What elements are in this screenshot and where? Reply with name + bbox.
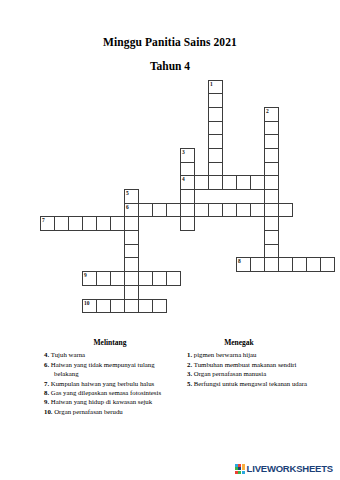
across-clues-section: Melintang 4. Tujuh warna6. Haiwan yang t… (44, 338, 176, 416)
clue-number-7: 7 (42, 217, 45, 223)
crossword-grid: 12345678910 (40, 80, 334, 313)
cell-r9c6[interactable]: 6 (124, 203, 139, 218)
cell-r9c16[interactable] (264, 203, 279, 218)
cell-r10c10[interactable] (180, 216, 195, 231)
cell-r14c3[interactable]: 9 (82, 271, 97, 286)
cell-r13c14[interactable]: 8 (236, 257, 251, 272)
cell-r13c15[interactable] (250, 257, 265, 272)
cell-r13c6[interactable] (124, 257, 139, 272)
across-clue-9: 9. Haiwan yang hidup di kawasan sejuk (44, 397, 176, 406)
cell-r5c12[interactable] (208, 148, 223, 163)
down-clue-3: 3. Organ pernafasan manusia (187, 369, 317, 378)
cell-r16c5[interactable] (110, 299, 125, 314)
across-clue-7: 7. Kumpulan haiwan yang berbulu halus (44, 379, 176, 388)
down-clue-2: 2. Tumbuhan membuat makanan sendiri (187, 360, 317, 369)
cell-r14c8[interactable] (152, 271, 167, 286)
clue-number-1: 1 (210, 81, 213, 87)
cell-r7c10[interactable]: 4 (180, 175, 195, 190)
cell-r9c17[interactable] (278, 203, 293, 218)
cell-r9c14[interactable] (236, 203, 251, 218)
cell-r9c10[interactable] (180, 203, 195, 218)
down-clues-section: Menegak 1. pigmen berwarna hijau2. Tumbu… (187, 338, 317, 388)
cell-r7c11[interactable] (194, 175, 209, 190)
cell-r16c4[interactable] (96, 299, 111, 314)
cell-r0c12[interactable]: 1 (208, 80, 223, 95)
cell-r14c4[interactable] (96, 271, 111, 286)
across-heading: Melintang (44, 338, 176, 347)
clue-number-10: 10 (84, 300, 90, 306)
cell-r9c12[interactable] (208, 203, 223, 218)
across-clue-list: 4. Tujuh warna6. Haiwan yang tidak mempu… (44, 350, 176, 416)
across-clue-6: 6. Haiwan yang tidak mempunyai tulang be… (44, 360, 176, 379)
liveworksheets-logo-icon (235, 464, 245, 474)
cell-r1c12[interactable] (208, 93, 223, 108)
cell-r3c12[interactable] (208, 121, 223, 136)
cell-r14c7[interactable] (138, 271, 153, 286)
cell-r10c4[interactable] (96, 216, 111, 231)
across-clue-10: 10. Organ pernafasan berudu (44, 407, 176, 416)
page-subtitle: Tahun 4 (0, 60, 340, 72)
cell-r4c16[interactable] (264, 134, 279, 149)
cell-r9c13[interactable] (222, 203, 237, 218)
down-clue-5: 5. Berfungsi untuk mengawal tekanan udar… (187, 379, 317, 388)
cell-r3c16[interactable] (264, 121, 279, 136)
cell-r13c18[interactable] (292, 257, 307, 272)
cell-r7c13[interactable] (222, 175, 237, 190)
cell-r13c16[interactable] (264, 257, 279, 272)
cell-r16c6[interactable] (124, 299, 139, 314)
cell-r10c2[interactable] (68, 216, 83, 231)
cell-r9c9[interactable] (166, 203, 181, 218)
cell-r2c12[interactable] (208, 107, 223, 122)
cell-r10c0[interactable]: 7 (40, 216, 55, 231)
cell-r9c8[interactable] (152, 203, 167, 218)
cell-r7c14[interactable] (236, 175, 251, 190)
cell-r12c6[interactable] (124, 244, 139, 259)
brand-text: LIVEWORKSHEETS (247, 463, 333, 474)
cell-r9c7[interactable] (138, 203, 153, 218)
cell-r6c10[interactable] (180, 162, 195, 177)
across-clue-8: 8. Gas yang dilepaskan semasa fotosintes… (44, 388, 176, 397)
cell-r9c15[interactable] (250, 203, 265, 218)
down-clue-list: 1. pigmen berwarna hijau2. Tumbuhan memb… (187, 350, 317, 388)
clue-number-5: 5 (126, 190, 129, 196)
clue-number-4: 4 (182, 176, 185, 182)
cell-r9c11[interactable] (194, 203, 209, 218)
cell-r8c10[interactable] (180, 189, 195, 204)
cell-r14c9[interactable] (166, 271, 181, 286)
clue-number-8: 8 (238, 258, 241, 264)
cell-r10c5[interactable] (110, 216, 125, 231)
clue-number-2: 2 (266, 108, 269, 114)
cell-r10c3[interactable] (82, 216, 97, 231)
cell-r8c6[interactable]: 5 (124, 189, 139, 204)
cell-r6c16[interactable] (264, 162, 279, 177)
cell-r11c6[interactable] (124, 230, 139, 245)
cell-r15c6[interactable] (124, 285, 139, 300)
cell-r16c7[interactable] (138, 299, 153, 314)
cell-r2c16[interactable]: 2 (264, 107, 279, 122)
cell-r10c1[interactable] (54, 216, 69, 231)
down-clue-1: 1. pigmen berwarna hijau (187, 350, 317, 359)
cell-r14c6[interactable] (124, 271, 139, 286)
cell-r5c10[interactable]: 3 (180, 148, 195, 163)
page-title: Minggu Panitia Sains 2021 (0, 36, 340, 48)
clue-number-6: 6 (126, 204, 129, 210)
cell-r14c5[interactable] (110, 271, 125, 286)
cell-r4c12[interactable] (208, 134, 223, 149)
cell-r13c17[interactable] (278, 257, 293, 272)
clue-number-3: 3 (182, 149, 185, 155)
clue-number-9: 9 (84, 272, 87, 278)
cell-r16c8[interactable] (152, 299, 167, 314)
down-heading: Menegak (187, 338, 291, 347)
cell-r11c16[interactable] (264, 230, 279, 245)
cell-r6c12[interactable] (208, 162, 223, 177)
cell-r12c16[interactable] (264, 244, 279, 259)
cell-r10c16[interactable] (264, 216, 279, 231)
cell-r7c15[interactable] (250, 175, 265, 190)
cell-r7c12[interactable] (208, 175, 223, 190)
cell-r5c16[interactable] (264, 148, 279, 163)
cell-r13c20[interactable] (320, 257, 335, 272)
cell-r16c3[interactable]: 10 (82, 299, 97, 314)
cell-r7c16[interactable] (264, 175, 279, 190)
cell-r13c19[interactable] (306, 257, 321, 272)
footer-brand[interactable]: LIVEWORKSHEETS (235, 463, 333, 474)
cell-r8c16[interactable] (264, 189, 279, 204)
cell-r10c6[interactable] (124, 216, 139, 231)
across-clue-4: 4. Tujuh warna (44, 350, 176, 359)
